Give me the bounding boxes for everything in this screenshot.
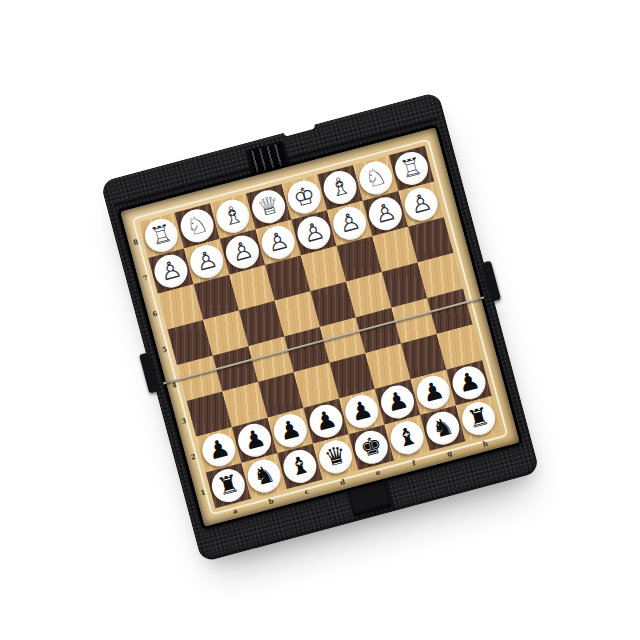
black-pawn-icon: ♟	[241, 425, 268, 454]
black-pawn-icon: ♟	[277, 415, 304, 444]
white-pawn-icon: ♙	[372, 198, 399, 227]
black-king-icon: ♚	[358, 432, 385, 461]
piece-black-knight[interactable]: ♞	[244, 456, 284, 496]
white-pawn-icon: ♙	[264, 227, 291, 256]
white-pawn-icon: ♙	[300, 218, 327, 247]
black-pawn-icon: ♟	[455, 367, 482, 396]
black-pawn-icon: ♟	[312, 406, 339, 435]
white-bishop-icon: ♗	[219, 201, 246, 230]
white-knight-icon: ♘	[362, 163, 389, 192]
white-pawn-icon: ♙	[336, 208, 363, 237]
black-pawn-icon: ♟	[384, 387, 411, 416]
black-rook-icon: ♜	[215, 470, 242, 499]
white-rook-icon: ♖	[398, 153, 425, 182]
white-pawn-icon: ♙	[229, 237, 256, 266]
piece-black-rook[interactable]: ♜	[458, 398, 498, 438]
black-knight-icon: ♞	[250, 461, 277, 490]
white-king-icon: ♔	[291, 182, 318, 211]
black-pawn-icon: ♟	[348, 396, 375, 425]
white-pawn-icon: ♙	[407, 189, 434, 218]
piece-black-rook[interactable]: ♜	[208, 465, 248, 505]
case-top-notch	[283, 124, 315, 137]
hinge-tab-left	[139, 352, 159, 393]
white-queen-icon: ♕	[255, 191, 282, 220]
piece-black-bishop[interactable]: ♝	[280, 446, 320, 486]
piece-black-queen[interactable]: ♛	[315, 437, 355, 477]
black-bishop-icon: ♝	[393, 422, 420, 451]
black-queen-icon: ♛	[322, 442, 349, 471]
white-bishop-icon: ♗	[326, 172, 353, 201]
black-pawn-icon: ♟	[205, 435, 232, 464]
black-rook-icon: ♜	[465, 403, 492, 432]
white-rook-icon: ♖	[148, 220, 175, 249]
chess-set: 87654321 abcdefgh ♖♘♗♕♔♗♘♖♙♙♙♙♙♙♙♙♟♟♟♟♟♟…	[100, 91, 540, 562]
white-knight-icon: ♘	[183, 211, 210, 240]
black-pawn-icon: ♟	[420, 377, 447, 406]
black-knight-icon: ♞	[429, 413, 456, 442]
piece-black-king[interactable]: ♚	[351, 427, 391, 467]
piece-black-knight[interactable]: ♞	[423, 408, 463, 448]
black-bishop-icon: ♝	[286, 451, 313, 480]
photo-background: 87654321 abcdefgh ♖♘♗♕♔♗♘♖♙♙♙♙♙♙♙♙♟♟♟♟♟♟…	[0, 0, 640, 640]
piece-black-bishop[interactable]: ♝	[387, 418, 427, 458]
case-shell: 87654321 abcdefgh ♖♘♗♕♔♗♘♖♙♙♙♙♙♙♙♙♟♟♟♟♟♟…	[100, 91, 540, 562]
white-pawn-icon: ♙	[157, 256, 184, 285]
white-pawn-icon: ♙	[193, 246, 220, 275]
hinge-tab-right	[481, 261, 501, 302]
